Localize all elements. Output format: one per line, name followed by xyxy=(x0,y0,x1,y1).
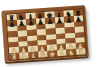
square-e1: ♚ xyxy=(47,50,57,57)
piece-white-bishop: ♝ xyxy=(30,52,37,58)
square-f1: ♝ xyxy=(57,50,67,57)
piece-white-rook: ♜ xyxy=(11,53,18,59)
piece-white-knight: ♞ xyxy=(20,53,27,59)
square-h1: ♜ xyxy=(76,48,86,55)
square-a1: ♜ xyxy=(9,53,19,60)
square-d1: ♛ xyxy=(38,51,48,58)
chess-board: ♜♞♝♛♚♝♞♜♟♟♟♟♟♟♟♟♟♟♟♟♟♟♟♟♜♞♝♛♚♝♞♜ xyxy=(6,8,87,60)
piece-white-queen: ♛ xyxy=(39,51,46,57)
square-c1: ♝ xyxy=(28,52,38,59)
square-g1: ♞ xyxy=(66,49,76,56)
chess-board-frame: ♜♞♝♛♚♝♞♜♟♟♟♟♟♟♟♟♟♟♟♟♟♟♟♟♜♞♝♛♚♝♞♜ xyxy=(1,5,88,62)
piece-white-king: ♚ xyxy=(49,51,56,57)
piece-white-rook: ♜ xyxy=(77,49,84,55)
piece-white-knight: ♞ xyxy=(68,50,75,56)
square-b1: ♞ xyxy=(19,52,29,59)
piece-white-bishop: ♝ xyxy=(58,50,65,56)
